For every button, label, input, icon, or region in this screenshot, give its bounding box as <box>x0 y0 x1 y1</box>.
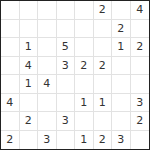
clue-cell-r6c6: 1 <box>94 94 113 113</box>
empty-cell-r1c3[interactable] <box>38 1 57 20</box>
clue-cell-r6c1: 4 <box>1 94 20 113</box>
empty-cell-r2c1[interactable] <box>1 20 20 39</box>
empty-cell-r3c3[interactable] <box>38 38 57 57</box>
empty-cell-r7c5[interactable] <box>75 112 94 131</box>
empty-cell-r4c1[interactable] <box>1 57 20 76</box>
clue-cell-r8c7: 3 <box>112 131 131 150</box>
clue-cell-r8c5: 1 <box>75 131 94 150</box>
clue-cell-r3c2: 1 <box>20 38 39 57</box>
clue-cell-r7c4: 3 <box>57 112 76 131</box>
empty-cell-r7c7[interactable] <box>112 112 131 131</box>
empty-cell-r2c6[interactable] <box>94 20 113 39</box>
clue-cell-r3c4: 5 <box>57 38 76 57</box>
clue-cell-r5c3: 4 <box>38 75 57 94</box>
empty-cell-r8c4[interactable] <box>57 131 76 150</box>
empty-cell-r6c4[interactable] <box>57 94 76 113</box>
clue-cell-r4c2: 4 <box>20 57 39 76</box>
empty-cell-r1c1[interactable] <box>1 1 20 20</box>
empty-cell-r3c5[interactable] <box>75 38 94 57</box>
clue-cell-r7c8: 2 <box>131 112 150 131</box>
clue-cell-r2c7: 2 <box>112 20 131 39</box>
clue-cell-r6c5: 1 <box>75 94 94 113</box>
clue-cell-r8c3: 3 <box>38 131 57 150</box>
minesweeper-board: 2421512432214411323223123 <box>0 0 150 150</box>
empty-cell-r4c3[interactable] <box>38 57 57 76</box>
empty-cell-r2c4[interactable] <box>57 20 76 39</box>
clue-cell-r8c1: 2 <box>1 131 20 150</box>
clue-cell-r1c8: 4 <box>131 1 150 20</box>
empty-cell-r6c2[interactable] <box>20 94 39 113</box>
empty-cell-r5c5[interactable] <box>75 75 94 94</box>
empty-cell-r1c2[interactable] <box>20 1 39 20</box>
empty-cell-r2c8[interactable] <box>131 20 150 39</box>
empty-cell-r5c1[interactable] <box>1 75 20 94</box>
empty-cell-r7c3[interactable] <box>38 112 57 131</box>
empty-cell-r2c3[interactable] <box>38 20 57 39</box>
clue-cell-r8c6: 2 <box>94 131 113 150</box>
clue-cell-r4c6: 2 <box>94 57 113 76</box>
clue-cell-r1c6: 2 <box>94 1 113 20</box>
clue-cell-r3c8: 2 <box>131 38 150 57</box>
empty-cell-r5c7[interactable] <box>112 75 131 94</box>
clue-cell-r4c5: 2 <box>75 57 94 76</box>
empty-cell-r1c4[interactable] <box>57 1 76 20</box>
empty-cell-r1c7[interactable] <box>112 1 131 20</box>
empty-cell-r4c7[interactable] <box>112 57 131 76</box>
clue-cell-r4c4: 3 <box>57 57 76 76</box>
empty-cell-r8c8[interactable] <box>131 131 150 150</box>
empty-cell-r7c1[interactable] <box>1 112 20 131</box>
empty-cell-r5c6[interactable] <box>94 75 113 94</box>
empty-cell-r5c4[interactable] <box>57 75 76 94</box>
empty-cell-r5c8[interactable] <box>131 75 150 94</box>
empty-cell-r3c1[interactable] <box>1 38 20 57</box>
clue-cell-r7c2: 2 <box>20 112 39 131</box>
empty-cell-r1c5[interactable] <box>75 1 94 20</box>
clue-cell-r3c7: 1 <box>112 38 131 57</box>
empty-cell-r7c6[interactable] <box>94 112 113 131</box>
empty-cell-r3c6[interactable] <box>94 38 113 57</box>
empty-cell-r2c5[interactable] <box>75 20 94 39</box>
empty-cell-r2c2[interactable] <box>20 20 39 39</box>
empty-cell-r8c2[interactable] <box>20 131 39 150</box>
empty-cell-r6c7[interactable] <box>112 94 131 113</box>
empty-cell-r4c8[interactable] <box>131 57 150 76</box>
clue-cell-r5c2: 1 <box>20 75 39 94</box>
empty-cell-r6c3[interactable] <box>38 94 57 113</box>
clue-cell-r6c8: 3 <box>131 94 150 113</box>
